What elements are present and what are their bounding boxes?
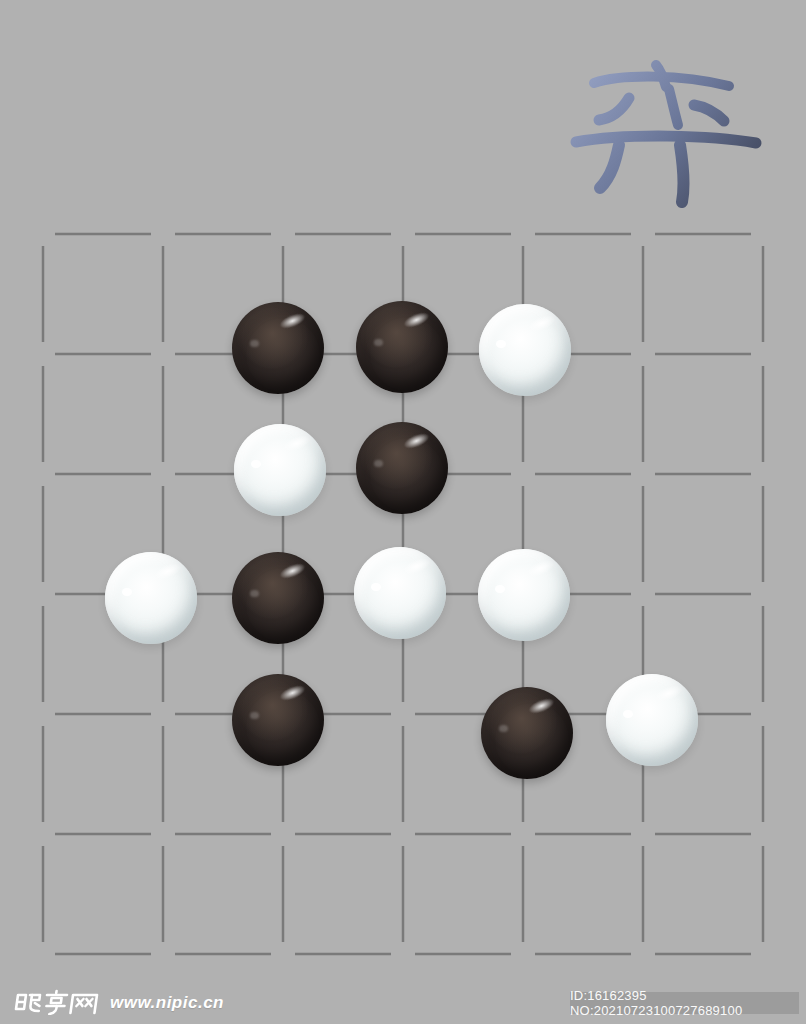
black-stone (356, 422, 448, 514)
black-stone (232, 552, 324, 644)
white-stone (478, 549, 570, 641)
site-name-glyphs (12, 989, 104, 1015)
black-stone (481, 687, 573, 779)
white-stone (479, 304, 571, 396)
black-stone (356, 301, 448, 393)
white-stone (354, 547, 446, 639)
site-url-text: www.nipic.cn (110, 993, 224, 1013)
white-stone (606, 674, 698, 766)
site-watermark: www.nipic.cn (14, 988, 224, 1016)
image-id-badge: ID:16162395 NO:20210723100727689100 (570, 992, 799, 1014)
title-character-yi (566, 56, 766, 208)
white-stone (234, 424, 326, 516)
black-stone (232, 674, 324, 766)
black-stone (232, 302, 324, 394)
white-stone (105, 552, 197, 644)
go-illustration-canvas: www.nipic.cn ID:16162395 NO:202107231007… (0, 0, 806, 1024)
yi-brush-strokes (576, 65, 756, 202)
